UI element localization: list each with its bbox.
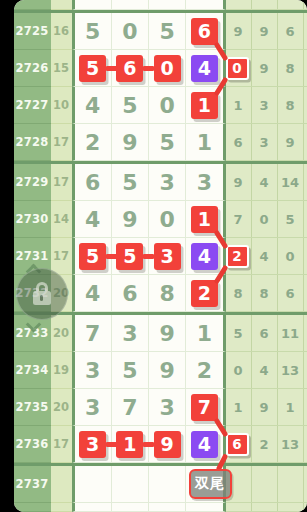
- tail-value: 14: [281, 175, 299, 190]
- row-2736: 2736 17 3 1 9 4 6 2 13: [14, 426, 307, 463]
- issue-cell: 2736: [14, 426, 51, 463]
- count-label: 20: [53, 400, 69, 414]
- lottery-trend-chart-screen: 2725 16 5 0 5 6 9 9 6 2726 15 5 6 0: [14, 0, 307, 512]
- issue-label: 2736: [15, 437, 48, 451]
- issue-label: 2727: [15, 98, 48, 112]
- count-cell: 17: [51, 124, 72, 161]
- tail-value: 8: [285, 61, 294, 76]
- tail-value: 2: [259, 437, 268, 452]
- tail-value: 9: [259, 24, 268, 39]
- tail-cells: 1 3 8: [226, 87, 307, 124]
- issue-label: 2725: [15, 24, 48, 38]
- tail-value: 1: [233, 98, 242, 113]
- digit-red-box: 5: [79, 55, 106, 82]
- row-2733: 2733 20 7 3 9 1 5 6 11: [14, 315, 307, 352]
- digit-red-box: 3: [154, 243, 181, 270]
- issue-cell: 2734: [14, 352, 51, 389]
- digit-purple-box: 4: [191, 243, 218, 270]
- tail-value: 6: [233, 135, 242, 150]
- digit: 5: [122, 93, 137, 118]
- digit-red-box: 1: [191, 206, 218, 233]
- issue-label: 2728: [15, 135, 48, 149]
- tail-cells: [226, 503, 307, 512]
- digit: 9: [159, 321, 174, 346]
- issue-cell: 2735: [14, 389, 51, 426]
- issue-cell: 2729: [14, 164, 51, 201]
- digit: 6: [85, 170, 100, 195]
- digit-red-box: 6: [191, 18, 218, 45]
- issue-cell: 2725: [14, 13, 51, 50]
- count-label: 17: [53, 175, 69, 189]
- count-cell: 10: [51, 87, 72, 124]
- tail-value: 1: [285, 400, 294, 415]
- digit-red-box: 5: [79, 243, 106, 270]
- issue-label: 2735: [15, 400, 48, 414]
- digit-red-box: 1: [116, 431, 143, 458]
- tail-cells: [226, 466, 307, 503]
- issue-cell: [14, 0, 51, 10]
- digit-red-box: 2: [191, 280, 218, 307]
- digit: 3: [122, 321, 137, 346]
- tail-cells: 9 4 14: [226, 164, 307, 201]
- digit: 9: [122, 130, 137, 155]
- digit: 1: [197, 321, 212, 346]
- tail-cells: 5 6 11: [226, 315, 307, 352]
- tail-value: 0: [259, 212, 268, 227]
- digit: 5: [159, 130, 174, 155]
- shuangwei-tag: 双尾: [189, 469, 232, 499]
- red-dash-connector: [106, 442, 117, 447]
- digit: 4: [85, 93, 100, 118]
- tail-value: 9: [259, 400, 268, 415]
- digit-cells: 7 3 9 1: [72, 315, 226, 352]
- digit-purple-box: 4: [191, 431, 218, 458]
- count-label: 15: [53, 61, 69, 75]
- digit: 5: [122, 170, 137, 195]
- digit: 6: [122, 281, 137, 306]
- digit: 0: [159, 207, 174, 232]
- count-cell: [51, 0, 72, 10]
- digit-cells: 4 5 0 1: [72, 87, 226, 124]
- row-2729: 2729 17 6 5 3 3 9 4 14: [14, 164, 307, 201]
- digit: 7: [122, 395, 137, 420]
- shuangwei-label: 双尾: [195, 475, 225, 493]
- digit-cells: 3 7 3 7: [72, 389, 226, 426]
- tail-value: 6: [232, 436, 241, 452]
- tail-value: 9: [233, 175, 242, 190]
- red-dash-connector: [143, 254, 154, 259]
- count-cell: 20: [51, 389, 72, 426]
- tail-cells: 7 0 5: [226, 201, 307, 238]
- tail-cells: [226, 0, 307, 10]
- count-label: 20: [53, 326, 69, 340]
- count-cell: 17: [51, 238, 72, 275]
- digit: 3: [159, 170, 174, 195]
- tail-value: 9: [285, 135, 294, 150]
- digit: 4: [85, 207, 100, 232]
- tail-value: 8: [233, 286, 242, 301]
- issue-cell: 2730: [14, 201, 51, 238]
- digit-cells: 4 9 0 1: [72, 201, 226, 238]
- tail-value: 5: [285, 212, 294, 227]
- tail-value: 4: [259, 249, 268, 264]
- digit-red-box: 7: [191, 394, 218, 421]
- red-dash-connector: [143, 442, 154, 447]
- issue-cell: 2728: [14, 124, 51, 161]
- row-2731: 2731 17 5 5 3 4 2 4 0: [14, 238, 307, 275]
- lock-button[interactable]: [16, 268, 68, 320]
- tail-red-box: 6: [226, 433, 249, 456]
- digit-red-box: 9: [154, 431, 181, 458]
- tail-value: 7: [233, 212, 242, 227]
- digit-red-box: 6: [116, 55, 143, 82]
- count-cell: 17: [51, 164, 72, 201]
- red-dash-connector: [106, 254, 117, 259]
- digit-red-box: 0: [154, 55, 181, 82]
- digit: 8: [159, 281, 174, 306]
- tail-value: 8: [259, 286, 268, 301]
- issue-label: 2737: [15, 477, 48, 491]
- tail-value: 8: [285, 98, 294, 113]
- tail-value: 6: [259, 326, 268, 341]
- count-label: 17: [53, 249, 69, 263]
- tail-value: 2: [232, 248, 241, 264]
- count-label: 17: [53, 135, 69, 149]
- digit: 5: [159, 19, 174, 44]
- tail-cells: 6 3 9: [226, 124, 307, 161]
- digit-cells: 2 9 5 1: [72, 124, 226, 161]
- row-2725: 2725 16 5 0 5 6 9 9 6: [14, 13, 307, 50]
- tail-value: 3: [259, 98, 268, 113]
- digit-cells: 5 6 0 4: [72, 50, 226, 87]
- issue-cell: [14, 503, 51, 512]
- digit-cells: 6 5 3 3: [72, 164, 226, 201]
- tail-value: 0: [285, 249, 294, 264]
- row-2734: 2734 19 3 5 9 2 0 4 13: [14, 352, 307, 389]
- tail-cells: 9 9 6: [226, 13, 307, 50]
- tail-value: 6: [285, 24, 294, 39]
- count-cell: 17: [51, 426, 72, 463]
- count-label: 14: [53, 212, 69, 226]
- issue-cell: 2727: [14, 87, 51, 124]
- tail-value: 6: [285, 286, 294, 301]
- digit: 0: [122, 19, 137, 44]
- tail-red-box: 0: [226, 57, 249, 80]
- digit-purple-box: 4: [191, 55, 218, 82]
- issue-label: 2726: [15, 61, 48, 75]
- digit: 1: [197, 130, 212, 155]
- digit: 5: [85, 19, 100, 44]
- digit: 3: [85, 358, 100, 383]
- digit: 0: [159, 93, 174, 118]
- row-2730: 2730 14 4 9 0 1 7 0 5: [14, 201, 307, 238]
- count-cell: 14: [51, 201, 72, 238]
- tail-cells: 0 9 8: [226, 50, 307, 87]
- count-cell: [51, 503, 72, 512]
- tail-value: 5: [233, 326, 242, 341]
- issue-label: 2730: [15, 212, 48, 226]
- row-2735: 2735 20 3 7 3 7 1 9 1: [14, 389, 307, 426]
- tail-value: 4: [259, 363, 268, 378]
- red-dash-connector: [106, 66, 117, 71]
- digit-cells: 5 0 5 6: [72, 13, 226, 50]
- partial-row-bottom: [14, 503, 307, 512]
- tail-red-box: 2: [226, 245, 249, 268]
- tail-value: 4: [259, 175, 268, 190]
- issue-label: 2729: [15, 175, 48, 189]
- digit-red-box: 1: [191, 92, 218, 119]
- digit: 7: [85, 321, 100, 346]
- tail-cells: 0 4 13: [226, 352, 307, 389]
- row-2737: 2737: [14, 466, 307, 503]
- tail-value: 0: [233, 363, 242, 378]
- tail-value: 11: [281, 326, 299, 341]
- issue-cell: 2726: [14, 50, 51, 87]
- count-cell: 20: [51, 315, 72, 352]
- tail-value: 13: [281, 437, 299, 452]
- digit: 3: [159, 395, 174, 420]
- digit: 2: [85, 130, 100, 155]
- row-2726: 2726 15 5 6 0 4 0 9 8: [14, 50, 307, 87]
- digit: 9: [122, 207, 137, 232]
- count-label: 16: [53, 24, 69, 38]
- digit: 4: [85, 281, 100, 306]
- tail-cells: 2 4 0: [226, 238, 307, 275]
- count-cell: 15: [51, 50, 72, 87]
- tail-value: 1: [233, 400, 242, 415]
- tail-value: 9: [259, 61, 268, 76]
- digit: 3: [197, 170, 212, 195]
- tail-value: 9: [233, 24, 242, 39]
- digit: 9: [159, 358, 174, 383]
- count-label: 17: [53, 437, 69, 451]
- count-label: 19: [53, 363, 69, 377]
- tail-cells: 1 9 1: [226, 389, 307, 426]
- tail-cells: 6 2 13: [226, 426, 307, 463]
- count-cell: 16: [51, 13, 72, 50]
- issue-label: 2734: [15, 363, 48, 377]
- count-cell: 19: [51, 352, 72, 389]
- digit-cells: 5 5 3 4: [72, 238, 226, 275]
- digit-cells: [72, 503, 226, 512]
- tail-cells: 8 8 6: [226, 275, 307, 312]
- digit: 5: [122, 358, 137, 383]
- partial-row-top: [14, 0, 307, 10]
- issue-label: 2731: [15, 249, 48, 263]
- row-2728: 2728 17 2 9 5 1 6 3 9: [14, 124, 307, 161]
- digit: 3: [85, 395, 100, 420]
- digit-red-box: 5: [116, 243, 143, 270]
- trend-table: 2725 16 5 0 5 6 9 9 6 2726 15 5 6 0: [14, 0, 307, 512]
- lock-icon: [33, 282, 51, 306]
- digit-cells: 4 6 8 2: [72, 275, 226, 312]
- digit-cells: [72, 0, 226, 10]
- red-dash-connector: [143, 66, 154, 71]
- digit: 2: [197, 358, 212, 383]
- tail-value: 13: [281, 363, 299, 378]
- digit-red-box: 3: [79, 431, 106, 458]
- count-cell: [51, 466, 72, 503]
- count-label: 10: [53, 98, 69, 112]
- tail-value: 3: [259, 135, 268, 150]
- tail-value: 0: [232, 60, 241, 76]
- issue-cell: 2737: [14, 466, 51, 503]
- digit-cells: 3 5 9 2: [72, 352, 226, 389]
- row-2727: 2727 10 4 5 0 1 1 3 8: [14, 87, 307, 124]
- digit-cells: 3 1 9 4: [72, 426, 226, 463]
